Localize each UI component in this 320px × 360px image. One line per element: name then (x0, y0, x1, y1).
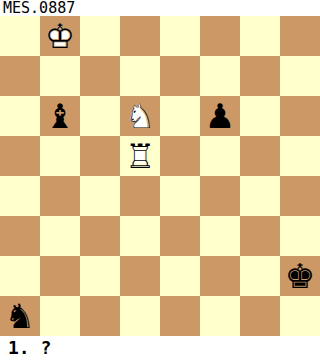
square-g3[interactable] (240, 216, 280, 256)
square-h3[interactable] (280, 216, 320, 256)
square-c4[interactable] (80, 176, 120, 216)
square-c6[interactable] (80, 96, 120, 136)
square-e6[interactable] (160, 96, 200, 136)
square-g6[interactable] (240, 96, 280, 136)
square-c8[interactable] (80, 16, 120, 56)
square-h2[interactable]: ♚ (280, 256, 320, 296)
square-a2[interactable] (0, 256, 40, 296)
square-b5[interactable] (40, 136, 80, 176)
square-f5[interactable] (200, 136, 240, 176)
square-f6[interactable]: ♟ (200, 96, 240, 136)
square-a8[interactable] (0, 16, 40, 56)
square-b3[interactable] (40, 216, 80, 256)
black-king: ♚ (280, 256, 320, 296)
square-h4[interactable] (280, 176, 320, 216)
square-b7[interactable] (40, 56, 80, 96)
square-d1[interactable] (120, 296, 160, 336)
square-e7[interactable] (160, 56, 200, 96)
square-a5[interactable] (0, 136, 40, 176)
black-pawn: ♟ (200, 96, 240, 136)
square-e3[interactable] (160, 216, 200, 256)
square-d4[interactable] (120, 176, 160, 216)
square-a1[interactable]: ♞ (0, 296, 40, 336)
square-a4[interactable] (0, 176, 40, 216)
square-a7[interactable] (0, 56, 40, 96)
square-b6[interactable]: ♝ (40, 96, 80, 136)
square-b4[interactable] (40, 176, 80, 216)
square-e4[interactable] (160, 176, 200, 216)
square-h5[interactable] (280, 136, 320, 176)
square-d2[interactable] (120, 256, 160, 296)
square-d7[interactable] (120, 56, 160, 96)
square-c1[interactable] (80, 296, 120, 336)
square-e2[interactable] (160, 256, 200, 296)
square-g8[interactable] (240, 16, 280, 56)
square-f7[interactable] (200, 56, 240, 96)
square-f2[interactable] (200, 256, 240, 296)
square-a6[interactable] (0, 96, 40, 136)
square-f8[interactable] (200, 16, 240, 56)
square-d6[interactable]: ♞♘ (120, 96, 160, 136)
square-f1[interactable] (200, 296, 240, 336)
square-g5[interactable] (240, 136, 280, 176)
square-e1[interactable] (160, 296, 200, 336)
square-h6[interactable] (280, 96, 320, 136)
white-knight: ♞♘ (120, 96, 160, 136)
square-b1[interactable] (40, 296, 80, 336)
square-e5[interactable] (160, 136, 200, 176)
white-king: ♚♔ (40, 16, 80, 56)
square-g7[interactable] (240, 56, 280, 96)
square-c7[interactable] (80, 56, 120, 96)
puzzle-id-label: MES.0887 (0, 0, 320, 16)
square-g1[interactable] (240, 296, 280, 336)
square-a3[interactable] (0, 216, 40, 256)
square-b8[interactable]: ♚♔ (40, 16, 80, 56)
square-h7[interactable] (280, 56, 320, 96)
square-d8[interactable] (120, 16, 160, 56)
black-bishop: ♝ (40, 96, 80, 136)
square-d3[interactable] (120, 216, 160, 256)
square-d5[interactable]: ♜♖ (120, 136, 160, 176)
square-f4[interactable] (200, 176, 240, 216)
square-c5[interactable] (80, 136, 120, 176)
square-g2[interactable] (240, 256, 280, 296)
white-rook: ♜♖ (120, 136, 160, 176)
square-e8[interactable] (160, 16, 200, 56)
square-g4[interactable] (240, 176, 280, 216)
square-h8[interactable] (280, 16, 320, 56)
move-prompt-label: 1. ? (0, 336, 320, 360)
chess-board: ♚♔♝♞♘♟♜♖♚♞ (0, 16, 320, 336)
square-f3[interactable] (200, 216, 240, 256)
square-b2[interactable] (40, 256, 80, 296)
square-c3[interactable] (80, 216, 120, 256)
black-knight: ♞ (0, 296, 40, 336)
square-c2[interactable] (80, 256, 120, 296)
square-h1[interactable] (280, 296, 320, 336)
